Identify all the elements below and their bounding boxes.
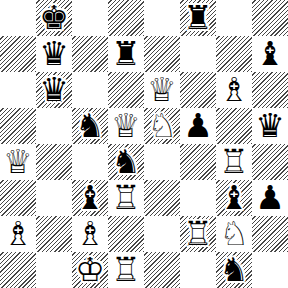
square-d6[interactable] [108, 72, 144, 108]
white-king-glyph: ♔ [72, 252, 108, 288]
square-a4[interactable]: ♛♕ [0, 144, 36, 180]
black-knight-glyph: ♞ [216, 252, 252, 288]
piece-white-king: ♚♔ [72, 252, 108, 288]
square-b7[interactable]: ♛♛ [36, 36, 72, 72]
square-g2[interactable]: ♞♘ [216, 216, 252, 252]
square-b8[interactable]: ♚♚ [36, 0, 72, 36]
piece-black-bishop: ♝♝ [252, 36, 288, 72]
piece-white-knight: ♞♘ [144, 108, 180, 144]
black-queen-glyph: ♛ [36, 36, 72, 72]
piece-black-knight: ♞♞ [72, 108, 108, 144]
piece-white-bishop: ♝♗ [72, 216, 108, 252]
square-h8[interactable] [252, 0, 288, 36]
piece-white-rook: ♜♖ [180, 216, 216, 252]
black-rook-glyph: ♜ [108, 36, 144, 72]
square-g3[interactable]: ♝♝ [216, 180, 252, 216]
square-f5[interactable]: ♟♟ [180, 108, 216, 144]
piece-black-knight: ♞♞ [108, 144, 144, 180]
black-pawn-glyph: ♟ [252, 180, 288, 216]
black-pawn-glyph: ♟ [180, 108, 216, 144]
black-rook-glyph: ♜ [180, 0, 216, 36]
square-e7[interactable] [144, 36, 180, 72]
square-b6[interactable]: ♛♛ [36, 72, 72, 108]
black-knight-glyph: ♞ [72, 108, 108, 144]
square-g8[interactable] [216, 0, 252, 36]
square-e1[interactable] [144, 252, 180, 288]
square-c8[interactable] [72, 0, 108, 36]
square-b4[interactable] [36, 144, 72, 180]
square-e8[interactable] [144, 0, 180, 36]
square-a7[interactable] [0, 36, 36, 72]
square-a5[interactable] [0, 108, 36, 144]
piece-black-king: ♚♚ [36, 0, 72, 36]
black-queen-glyph: ♛ [252, 108, 288, 144]
white-bishop-glyph: ♗ [216, 72, 252, 108]
black-knight-glyph: ♞ [108, 144, 144, 180]
square-d8[interactable] [108, 0, 144, 36]
white-queen-glyph: ♕ [108, 108, 144, 144]
square-f2[interactable]: ♜♖ [180, 216, 216, 252]
square-c1[interactable]: ♚♔ [72, 252, 108, 288]
piece-black-pawn: ♟♟ [180, 108, 216, 144]
square-f8[interactable]: ♜♜ [180, 0, 216, 36]
piece-white-bishop: ♝♗ [0, 216, 36, 252]
white-rook-glyph: ♖ [108, 252, 144, 288]
square-e2[interactable] [144, 216, 180, 252]
black-king-glyph: ♚ [36, 0, 72, 36]
square-d1[interactable]: ♜♖ [108, 252, 144, 288]
square-h1[interactable] [252, 252, 288, 288]
piece-black-rook: ♜♜ [108, 36, 144, 72]
piece-black-pawn: ♟♟ [252, 180, 288, 216]
white-rook-glyph: ♖ [216, 144, 252, 180]
piece-white-rook: ♜♖ [108, 252, 144, 288]
piece-white-queen: ♛♕ [108, 108, 144, 144]
square-e5[interactable]: ♞♘ [144, 108, 180, 144]
square-c2[interactable]: ♝♗ [72, 216, 108, 252]
square-c5[interactable]: ♞♞ [72, 108, 108, 144]
piece-white-bishop: ♝♗ [216, 72, 252, 108]
black-queen-glyph: ♛ [36, 72, 72, 108]
square-g7[interactable] [216, 36, 252, 72]
piece-white-rook: ♜♖ [108, 180, 144, 216]
square-f1[interactable] [180, 252, 216, 288]
white-knight-glyph: ♘ [216, 216, 252, 252]
square-h5[interactable]: ♛♛ [252, 108, 288, 144]
square-g4[interactable]: ♜♖ [216, 144, 252, 180]
white-bishop-glyph: ♗ [0, 216, 36, 252]
white-queen-glyph: ♕ [144, 72, 180, 108]
square-d4[interactable]: ♞♞ [108, 144, 144, 180]
square-d3[interactable]: ♜♖ [108, 180, 144, 216]
white-knight-glyph: ♘ [144, 108, 180, 144]
black-bishop-glyph: ♝ [72, 180, 108, 216]
black-bishop-glyph: ♝ [252, 36, 288, 72]
square-f3[interactable] [180, 180, 216, 216]
square-c7[interactable] [72, 36, 108, 72]
piece-white-queen: ♛♕ [0, 144, 36, 180]
piece-black-rook: ♜♜ [180, 0, 216, 36]
piece-black-queen: ♛♛ [252, 108, 288, 144]
piece-black-bishop: ♝♝ [72, 180, 108, 216]
square-d7[interactable]: ♜♜ [108, 36, 144, 72]
piece-white-rook: ♜♖ [216, 144, 252, 180]
square-g5[interactable] [216, 108, 252, 144]
square-d2[interactable] [108, 216, 144, 252]
square-c3[interactable]: ♝♝ [72, 180, 108, 216]
square-e6[interactable]: ♛♕ [144, 72, 180, 108]
square-b1[interactable] [36, 252, 72, 288]
piece-black-queen: ♛♛ [36, 36, 72, 72]
square-a3[interactable] [0, 180, 36, 216]
square-b3[interactable] [36, 180, 72, 216]
piece-black-queen: ♛♛ [36, 72, 72, 108]
black-bishop-glyph: ♝ [216, 180, 252, 216]
square-h4[interactable] [252, 144, 288, 180]
square-b2[interactable] [36, 216, 72, 252]
chess-board: ♚♚♜♜♛♛♜♜♝♝♛♛♛♕♝♗♞♞♛♕♞♘♟♟♛♛♛♕♞♞♜♖♝♝♜♖♝♝♟♟… [0, 0, 288, 288]
square-a8[interactable] [0, 0, 36, 36]
piece-white-knight: ♞♘ [216, 216, 252, 252]
square-f7[interactable] [180, 36, 216, 72]
square-c6[interactable] [72, 72, 108, 108]
square-b5[interactable] [36, 108, 72, 144]
square-g1[interactable]: ♞♞ [216, 252, 252, 288]
square-d5[interactable]: ♛♕ [108, 108, 144, 144]
white-bishop-glyph: ♗ [72, 216, 108, 252]
square-e4[interactable] [144, 144, 180, 180]
square-h7[interactable]: ♝♝ [252, 36, 288, 72]
square-f4[interactable] [180, 144, 216, 180]
square-h3[interactable]: ♟♟ [252, 180, 288, 216]
square-h6[interactable] [252, 72, 288, 108]
white-rook-glyph: ♖ [108, 180, 144, 216]
square-a6[interactable] [0, 72, 36, 108]
piece-black-bishop: ♝♝ [216, 180, 252, 216]
square-a1[interactable] [0, 252, 36, 288]
square-g6[interactable]: ♝♗ [216, 72, 252, 108]
square-c4[interactable] [72, 144, 108, 180]
square-f6[interactable] [180, 72, 216, 108]
piece-white-queen: ♛♕ [144, 72, 180, 108]
piece-black-knight: ♞♞ [216, 252, 252, 288]
square-h2[interactable] [252, 216, 288, 252]
white-rook-glyph: ♖ [180, 216, 216, 252]
white-queen-glyph: ♕ [0, 144, 36, 180]
square-a2[interactable]: ♝♗ [0, 216, 36, 252]
square-e3[interactable] [144, 180, 180, 216]
